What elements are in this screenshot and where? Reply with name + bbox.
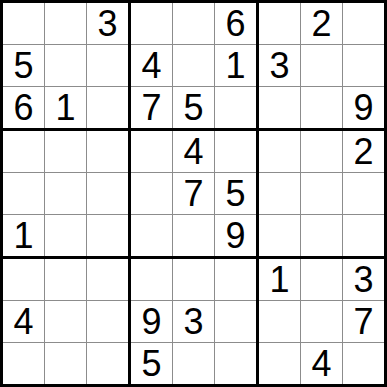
cell-r2c6[interactable]: 1 [215,45,256,86]
cell-r2c4[interactable]: 4 [131,45,172,86]
sudoku-board: 36254136175942751913493754 [0,0,387,387]
cell-r2c3[interactable] [87,45,128,86]
cell-r3c8[interactable] [301,87,342,128]
cell-r8c6[interactable] [215,301,256,342]
cell-r6c2[interactable] [45,215,86,256]
cell-r5c1[interactable] [3,173,44,214]
cell-r1c5[interactable] [173,3,214,44]
cell-r9c3[interactable] [87,343,128,384]
cell-r2c8[interactable] [301,45,342,86]
cell-r3c4[interactable]: 7 [131,87,172,128]
cell-r3c9[interactable]: 9 [343,87,384,128]
cell-r1c6[interactable]: 6 [215,3,256,44]
cell-r7c9[interactable]: 3 [343,259,384,300]
cell-r9c9[interactable] [343,343,384,384]
cell-r6c3[interactable] [87,215,128,256]
cell-r4c9[interactable]: 2 [343,131,384,172]
cell-r2c5[interactable] [173,45,214,86]
cell-r2c1[interactable]: 5 [3,45,44,86]
cell-r9c7[interactable] [259,343,300,384]
cell-r4c4[interactable] [131,131,172,172]
cell-r5c5[interactable]: 7 [173,173,214,214]
cell-r8c8[interactable] [301,301,342,342]
cell-r7c6[interactable] [215,259,256,300]
cell-r2c2[interactable] [45,45,86,86]
cell-r5c3[interactable] [87,173,128,214]
cell-r8c9[interactable]: 7 [343,301,384,342]
cell-r9c1[interactable] [3,343,44,384]
cell-r6c8[interactable] [301,215,342,256]
cell-r4c1[interactable] [3,131,44,172]
cell-r8c2[interactable] [45,301,86,342]
cell-r6c1[interactable]: 1 [3,215,44,256]
cell-r5c6[interactable]: 5 [215,173,256,214]
cell-r7c8[interactable] [301,259,342,300]
cell-r3c6[interactable] [215,87,256,128]
cell-r7c3[interactable] [87,259,128,300]
cell-r8c7[interactable] [259,301,300,342]
cell-r9c4[interactable]: 5 [131,343,172,384]
cell-r6c5[interactable] [173,215,214,256]
cell-r6c4[interactable] [131,215,172,256]
cell-r2c7[interactable]: 3 [259,45,300,86]
cell-r4c2[interactable] [45,131,86,172]
cell-r7c5[interactable] [173,259,214,300]
cell-r6c9[interactable] [343,215,384,256]
cell-r3c3[interactable] [87,87,128,128]
cell-r1c9[interactable] [343,3,384,44]
cell-r8c1[interactable]: 4 [3,301,44,342]
cell-r5c9[interactable] [343,173,384,214]
cell-r5c7[interactable] [259,173,300,214]
sudoku-grid: 36254136175942751913493754 [3,3,384,384]
cell-r4c5[interactable]: 4 [173,131,214,172]
cell-r1c8[interactable]: 2 [301,3,342,44]
cell-r3c2[interactable]: 1 [45,87,86,128]
cell-r4c3[interactable] [87,131,128,172]
cell-r9c2[interactable] [45,343,86,384]
cell-r3c5[interactable]: 5 [173,87,214,128]
cell-r8c4[interactable]: 9 [131,301,172,342]
cell-r9c5[interactable] [173,343,214,384]
cell-r6c7[interactable] [259,215,300,256]
cell-r7c4[interactable] [131,259,172,300]
cell-r3c1[interactable]: 6 [3,87,44,128]
cell-r1c3[interactable]: 3 [87,3,128,44]
cell-r1c4[interactable] [131,3,172,44]
cell-r4c7[interactable] [259,131,300,172]
cell-r8c5[interactable]: 3 [173,301,214,342]
cell-r7c1[interactable] [3,259,44,300]
cell-r1c1[interactable] [3,3,44,44]
cell-r9c6[interactable] [215,343,256,384]
cell-r3c7[interactable] [259,87,300,128]
cell-r5c4[interactable] [131,173,172,214]
cell-r5c2[interactable] [45,173,86,214]
cell-r2c9[interactable] [343,45,384,86]
cell-r5c8[interactable] [301,173,342,214]
cell-r6c6[interactable]: 9 [215,215,256,256]
cell-r4c6[interactable] [215,131,256,172]
cell-r4c8[interactable] [301,131,342,172]
cell-r7c2[interactable] [45,259,86,300]
cell-r8c3[interactable] [87,301,128,342]
cell-r1c7[interactable] [259,3,300,44]
cell-r7c7[interactable]: 1 [259,259,300,300]
cell-r9c8[interactable]: 4 [301,343,342,384]
cell-r1c2[interactable] [45,3,86,44]
